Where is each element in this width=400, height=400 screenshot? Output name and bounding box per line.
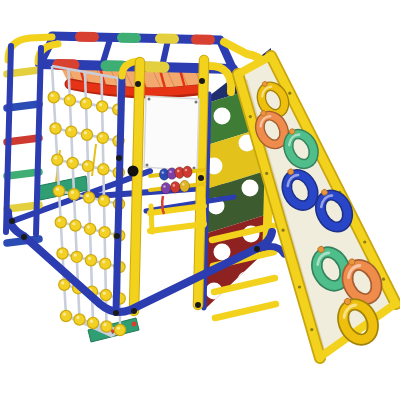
net-ball: [67, 157, 78, 168]
net-ball: [48, 92, 59, 103]
abacus-bead: [170, 181, 180, 193]
abacus-bead: [183, 166, 193, 178]
net-ball: [55, 217, 66, 228]
net-ball: [53, 185, 64, 196]
rail-screw: [310, 328, 313, 331]
net-ball: [74, 314, 85, 325]
clamp-fitting: [21, 234, 27, 240]
net-ball: [68, 189, 79, 200]
whiteboard: [144, 96, 199, 171]
net-ball: [99, 227, 110, 238]
net-ball: [114, 324, 125, 335]
net-ball: [101, 321, 112, 332]
play-gym-illustration: [0, 0, 400, 400]
net-ball: [50, 123, 61, 134]
panel-hole: [242, 180, 259, 197]
clamp-fitting: [198, 175, 204, 181]
red-cord: [162, 196, 164, 214]
clamp-fitting: [9, 218, 15, 224]
rail-screw: [288, 92, 291, 95]
clamp-fitting: [113, 310, 119, 316]
net-ball: [81, 129, 92, 140]
net-ball: [70, 220, 81, 231]
clamp-fitting: [131, 308, 137, 314]
panel-hole: [214, 244, 231, 261]
rail-screw: [249, 115, 252, 118]
clamp-fitting: [135, 81, 141, 87]
rail-screw: [298, 285, 301, 288]
net-ball: [71, 251, 82, 262]
abacus-bead: [161, 182, 171, 194]
clamp-fitting: [116, 155, 122, 161]
stand-post-left: [134, 62, 140, 311]
net-ball: [64, 95, 75, 106]
clamp-fitting: [114, 233, 120, 239]
net-ball: [100, 289, 111, 300]
rail-screw: [363, 240, 366, 243]
net-ball: [66, 126, 77, 137]
net-ball: [52, 154, 63, 165]
net-ball: [97, 101, 108, 112]
net-ball: [82, 161, 93, 172]
net-ball: [98, 195, 109, 206]
panel-hole: [214, 108, 231, 125]
net-ball: [80, 98, 91, 109]
abacus-bead: [180, 180, 190, 192]
net-ball: [84, 223, 95, 234]
net-ball: [83, 192, 94, 203]
ladder-rung: [7, 138, 39, 142]
rail-screw: [265, 172, 268, 175]
clamp-fitting: [195, 302, 201, 308]
play-gym-photo: [0, 0, 400, 400]
rail-screw: [282, 229, 285, 232]
board-knob: [128, 166, 139, 177]
net-ball: [57, 248, 68, 259]
rail-screw: [382, 278, 385, 281]
ladder-rung: [7, 172, 39, 176]
net-ball: [97, 132, 108, 143]
clamp-fitting: [199, 78, 205, 84]
net-ball: [98, 164, 109, 175]
net-ball: [60, 310, 71, 321]
net-ball: [85, 255, 96, 266]
clamp-fitting: [254, 246, 260, 252]
net-ball: [100, 258, 111, 269]
net-ball: [87, 317, 98, 328]
